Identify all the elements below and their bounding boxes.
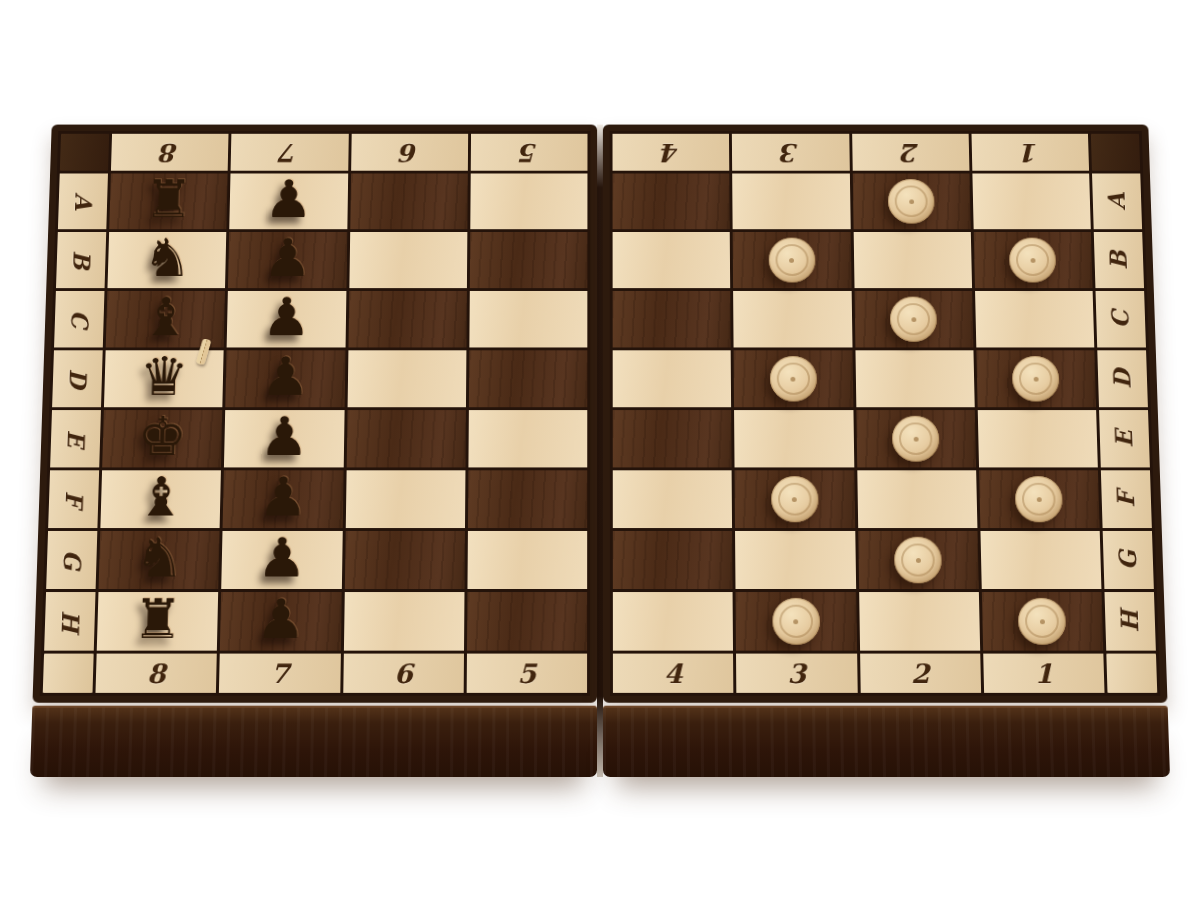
bottom-rank-label: 2 bbox=[860, 654, 981, 693]
chess-piece-rook[interactable]: ♜ bbox=[132, 592, 183, 647]
bottom-rank-label: 3 bbox=[736, 654, 857, 693]
square-f2[interactable] bbox=[857, 470, 977, 528]
bottom-rank-label: 1 bbox=[983, 654, 1105, 693]
top-rank-label-glyph: 4 bbox=[662, 140, 680, 165]
square-h1[interactable] bbox=[982, 592, 1104, 651]
file-label-glyph: C bbox=[1109, 310, 1133, 328]
square-a8[interactable]: ♜ bbox=[109, 173, 228, 229]
right-half-surface: 4321ABCDEFGH4321 bbox=[603, 125, 1168, 703]
checker-piece[interactable] bbox=[888, 179, 935, 224]
chess-piece-queen[interactable]: ♛ bbox=[139, 350, 189, 403]
square-d3[interactable] bbox=[734, 350, 853, 407]
right-half-front-face bbox=[603, 706, 1170, 777]
corner-cell bbox=[1091, 134, 1140, 171]
top-rank-label: 6 bbox=[351, 134, 468, 171]
top-rank-label-glyph: 5 bbox=[520, 140, 538, 165]
corner-cell bbox=[1106, 654, 1157, 693]
square-g8[interactable]: ♞ bbox=[99, 531, 220, 589]
file-label: D bbox=[1097, 350, 1148, 407]
square-c4[interactable] bbox=[613, 291, 731, 348]
square-h3[interactable] bbox=[736, 592, 857, 651]
file-label: G bbox=[46, 531, 97, 589]
file-label-glyph: H bbox=[58, 610, 82, 632]
file-label-glyph: E bbox=[1112, 430, 1136, 447]
bottom-rank-label: 5 bbox=[466, 654, 587, 693]
chess-piece-knight[interactable]: ♞ bbox=[134, 531, 185, 585]
chess-piece-pawn[interactable]: ♟ bbox=[264, 173, 313, 225]
square-c6[interactable] bbox=[348, 291, 467, 348]
checkers-grid: 4321ABCDEFGH4321 bbox=[610, 131, 1161, 696]
square-b6[interactable] bbox=[349, 232, 467, 288]
square-d8[interactable]: ♛ bbox=[104, 350, 224, 407]
square-b2[interactable] bbox=[853, 232, 972, 288]
top-rank-label: 7 bbox=[231, 134, 349, 171]
checker-piece[interactable] bbox=[1009, 238, 1057, 283]
top-rank-label: 2 bbox=[852, 134, 970, 171]
square-g3[interactable] bbox=[735, 531, 855, 589]
square-e3[interactable] bbox=[734, 410, 854, 467]
file-label-glyph: G bbox=[60, 550, 84, 570]
square-d5[interactable] bbox=[469, 350, 588, 407]
square-a2[interactable] bbox=[852, 173, 970, 229]
file-label: B bbox=[56, 232, 106, 288]
file-label: B bbox=[1094, 232, 1144, 288]
product-photo-scene: 8765A♜♟B♞♟C♝♟D♛♟E♚♟F♝♟G♞♟H♜♟8765 4321ABC… bbox=[0, 95, 1200, 901]
chess-piece-rook[interactable]: ♜ bbox=[144, 173, 194, 225]
file-label-glyph: F bbox=[1114, 491, 1138, 507]
square-e2[interactable] bbox=[856, 410, 976, 467]
file-label-glyph: C bbox=[67, 310, 91, 328]
checker-piece[interactable] bbox=[770, 356, 817, 402]
square-a5[interactable] bbox=[470, 173, 587, 229]
square-e1[interactable] bbox=[977, 410, 1097, 467]
square-h4[interactable] bbox=[613, 592, 733, 651]
square-h7[interactable]: ♟ bbox=[220, 592, 341, 651]
file-label: H bbox=[44, 592, 95, 651]
square-g6[interactable] bbox=[344, 531, 464, 589]
file-label-glyph: B bbox=[1107, 251, 1131, 270]
checker-piece[interactable] bbox=[771, 476, 819, 522]
square-c1[interactable] bbox=[975, 291, 1094, 348]
square-g5[interactable] bbox=[467, 531, 587, 589]
bottom-rank-label-glyph: 5 bbox=[517, 660, 536, 687]
corner-cell bbox=[60, 134, 109, 171]
square-f7[interactable]: ♟ bbox=[223, 470, 343, 528]
square-f8[interactable]: ♝ bbox=[100, 470, 221, 528]
square-b5[interactable] bbox=[470, 232, 588, 288]
top-rank-label: 4 bbox=[613, 134, 730, 171]
square-b4[interactable] bbox=[613, 232, 731, 288]
file-label: A bbox=[1092, 173, 1142, 229]
square-c5[interactable] bbox=[469, 291, 587, 348]
checker-piece[interactable] bbox=[768, 238, 815, 283]
top-rank-label-glyph: 8 bbox=[161, 140, 180, 165]
square-f6[interactable] bbox=[345, 470, 465, 528]
square-h8[interactable]: ♜ bbox=[97, 592, 219, 651]
bottom-rank-label: 6 bbox=[343, 654, 464, 693]
file-label: E bbox=[1099, 410, 1150, 467]
chess-piece-king[interactable]: ♚ bbox=[137, 410, 188, 464]
top-rank-label-glyph: 3 bbox=[781, 140, 799, 165]
file-label: H bbox=[1104, 592, 1155, 651]
chess-piece-pawn[interactable]: ♟ bbox=[259, 410, 309, 464]
chess-piece-bishop[interactable]: ♝ bbox=[140, 291, 190, 344]
checker-piece[interactable] bbox=[772, 598, 820, 645]
square-e4[interactable] bbox=[613, 410, 732, 467]
file-label: C bbox=[1096, 291, 1146, 348]
top-rank-label-glyph: 1 bbox=[1021, 140, 1040, 165]
top-rank-label-glyph: 2 bbox=[901, 140, 920, 165]
file-label-glyph: D bbox=[1111, 369, 1135, 389]
file-label-glyph: H bbox=[1118, 610, 1142, 632]
file-label-glyph: A bbox=[71, 193, 95, 210]
square-e7[interactable]: ♟ bbox=[224, 410, 344, 467]
checker-piece[interactable] bbox=[890, 297, 938, 342]
square-b7[interactable]: ♟ bbox=[228, 232, 347, 288]
square-c3[interactable] bbox=[733, 291, 852, 348]
bottom-rank-label-glyph: 7 bbox=[270, 660, 289, 687]
square-a3[interactable] bbox=[732, 173, 850, 229]
square-g1[interactable] bbox=[980, 531, 1101, 589]
square-d1[interactable] bbox=[976, 350, 1096, 407]
bottom-rank-label: 7 bbox=[219, 654, 340, 693]
folding-game-board: 8765A♜♟B♞♟C♝♟D♛♟E♚♟F♝♟G♞♟H♜♟8765 4321ABC… bbox=[30, 125, 1170, 777]
file-label: F bbox=[48, 470, 99, 528]
square-g4[interactable] bbox=[613, 531, 733, 589]
top-rank-label: 5 bbox=[471, 134, 588, 171]
file-label-glyph: A bbox=[1105, 193, 1129, 210]
top-rank-label-glyph: 6 bbox=[400, 140, 418, 165]
bottom-rank-label-glyph: 8 bbox=[147, 660, 166, 687]
top-rank-label: 8 bbox=[111, 134, 229, 171]
square-a1[interactable] bbox=[972, 173, 1091, 229]
top-rank-label-glyph: 7 bbox=[280, 140, 299, 165]
file-label: G bbox=[1103, 531, 1154, 589]
bottom-rank-label: 8 bbox=[95, 654, 217, 693]
bottom-rank-label-glyph: 3 bbox=[787, 660, 806, 687]
square-f5[interactable] bbox=[468, 470, 588, 528]
checker-piece[interactable] bbox=[894, 537, 942, 584]
file-label-glyph: B bbox=[69, 251, 93, 270]
checker-piece[interactable] bbox=[1015, 476, 1063, 522]
square-c7[interactable]: ♟ bbox=[227, 291, 346, 348]
square-e5[interactable] bbox=[468, 410, 587, 467]
bottom-rank-label-glyph: 1 bbox=[1034, 660, 1053, 687]
left-half-surface: 8765A♜♟B♞♟C♝♟D♛♟E♚♟F♝♟G♞♟H♜♟8765 bbox=[32, 125, 597, 703]
left-board-half-chess: 8765A♜♟B♞♟C♝♟D♛♟E♚♟F♝♟G♞♟H♜♟8765 bbox=[30, 125, 597, 777]
chess-piece-pawn[interactable]: ♟ bbox=[257, 531, 308, 585]
square-d7[interactable]: ♟ bbox=[226, 350, 346, 407]
file-label: F bbox=[1101, 470, 1152, 528]
bottom-rank-label-glyph: 2 bbox=[911, 660, 930, 687]
square-a4[interactable] bbox=[613, 173, 730, 229]
square-b8[interactable]: ♞ bbox=[107, 232, 226, 288]
top-rank-label: 1 bbox=[971, 134, 1089, 171]
checker-piece[interactable] bbox=[1018, 598, 1067, 645]
square-f1[interactable] bbox=[979, 470, 1100, 528]
corner-cell bbox=[43, 654, 94, 693]
square-d2[interactable] bbox=[855, 350, 975, 407]
square-a6[interactable] bbox=[350, 173, 468, 229]
square-g7[interactable]: ♟ bbox=[221, 531, 342, 589]
right-board-half-checkers: 4321ABCDEFGH4321 bbox=[603, 125, 1170, 777]
file-label-glyph: F bbox=[62, 491, 86, 507]
chess-piece-pawn[interactable]: ♟ bbox=[260, 350, 310, 403]
file-label: E bbox=[50, 410, 101, 467]
chess-piece-pawn[interactable]: ♟ bbox=[255, 592, 306, 647]
left-half-front-face bbox=[30, 706, 597, 777]
file-label-glyph: E bbox=[64, 430, 88, 447]
square-f4[interactable] bbox=[613, 470, 733, 528]
file-label-glyph: G bbox=[1116, 550, 1140, 570]
top-rank-label: 3 bbox=[732, 134, 849, 171]
file-label: D bbox=[52, 350, 103, 407]
square-h2[interactable] bbox=[859, 592, 980, 651]
checker-piece[interactable] bbox=[1012, 356, 1060, 402]
file-label: A bbox=[58, 173, 108, 229]
square-b1[interactable] bbox=[973, 232, 1092, 288]
square-c2[interactable] bbox=[854, 291, 973, 348]
chess-piece-bishop[interactable]: ♝ bbox=[135, 470, 186, 524]
square-e8[interactable]: ♚ bbox=[102, 410, 222, 467]
chess-piece-pawn[interactable]: ♟ bbox=[262, 291, 312, 344]
checker-piece[interactable] bbox=[892, 416, 940, 462]
file-label: C bbox=[54, 291, 104, 348]
file-label-glyph: D bbox=[65, 369, 89, 389]
chess-piece-pawn[interactable]: ♟ bbox=[263, 232, 313, 284]
chess-piece-knight[interactable]: ♞ bbox=[142, 232, 192, 284]
bottom-rank-label-glyph: 6 bbox=[394, 660, 413, 687]
square-g2[interactable] bbox=[858, 531, 979, 589]
square-d4[interactable] bbox=[613, 350, 732, 407]
bottom-rank-label-glyph: 4 bbox=[664, 660, 683, 687]
square-e6[interactable] bbox=[346, 410, 466, 467]
bottom-rank-label: 4 bbox=[613, 654, 734, 693]
square-d6[interactable] bbox=[347, 350, 466, 407]
chess-grid: 8765A♜♟B♞♟C♝♟D♛♟E♚♟F♝♟G♞♟H♜♟8765 bbox=[40, 131, 591, 696]
square-a7[interactable]: ♟ bbox=[229, 173, 347, 229]
square-h6[interactable] bbox=[343, 592, 464, 651]
chess-piece-pawn[interactable]: ♟ bbox=[258, 470, 308, 524]
square-f3[interactable] bbox=[735, 470, 855, 528]
square-h5[interactable] bbox=[467, 592, 587, 651]
square-b3[interactable] bbox=[733, 232, 851, 288]
